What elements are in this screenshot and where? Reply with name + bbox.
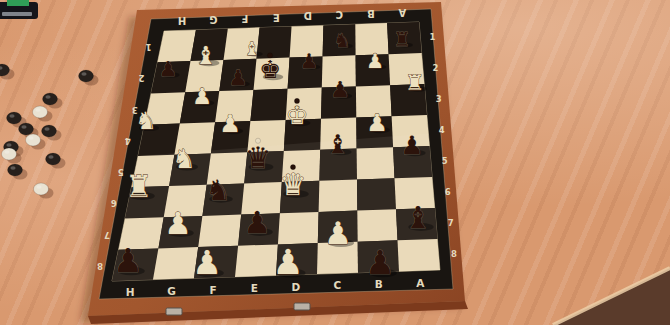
piece-black-bishop-c5[interactable]: ♝ (327, 129, 350, 159)
table-stone-black-highlight (81, 72, 86, 75)
piece-white-rook-h6[interactable]: ♜ (125, 169, 152, 204)
table-stone-black[interactable] (8, 164, 23, 176)
table-stone-black-highlight (45, 95, 50, 98)
piece-black-rook-a1[interactable]: ♜ (394, 28, 411, 50)
table-stone-black-highlight (9, 114, 14, 117)
piece-black-pawn-b8[interactable]: ♟ (365, 243, 395, 282)
piece-white-pawn-f8[interactable]: ♟ (192, 243, 222, 282)
piece-black-pawn-d2[interactable]: ♟ (300, 49, 318, 73)
piece-white-rook-a3[interactable]: ♜ (405, 70, 424, 95)
table-stone-black-highlight (10, 166, 15, 169)
piece-white-bishop-f1[interactable]: ♝ (244, 38, 261, 59)
rank-label-left-6: 6 (111, 198, 117, 208)
table-stone-white-highlight (4, 150, 9, 153)
piece-white-pawn-d8[interactable]: ♟ (273, 242, 304, 282)
rank-label-right-4: 4 (439, 125, 445, 135)
rank-label-left-4: 4 (125, 136, 131, 146)
piece-finial-dark-d4 (294, 98, 299, 103)
file-label-bottom-A: A (416, 277, 425, 289)
piece-white-king-d4[interactable]: ♚ (286, 101, 309, 130)
file-label-top-B: B (367, 8, 375, 19)
piece-white-pawn-c7[interactable]: ♟ (324, 215, 352, 251)
rank-label-left-1: 1 (146, 42, 152, 52)
table-stone-black[interactable] (19, 123, 34, 135)
rank-label-right-2: 2 (433, 63, 439, 73)
table-stone-black[interactable] (79, 70, 94, 82)
piece-white-knight-g5[interactable]: ♞ (172, 143, 196, 174)
piece-white-knight-h4[interactable]: ♞ (135, 107, 157, 135)
file-label-bottom-E: E (251, 282, 258, 294)
piece-black-pawn-h2[interactable]: ♟ (159, 57, 178, 81)
file-label-top-C: C (336, 9, 343, 20)
piece-white-bishop-g1[interactable]: ♝ (195, 41, 217, 70)
piece-black-pawn-e7[interactable]: ♟ (243, 205, 270, 240)
file-label-top-D: D (304, 10, 312, 21)
table-scene: HGFEDCBAHGFEDCBA1234567812345678♜♞♝♝♟♟♟♚… (0, 0, 670, 325)
square-e3[interactable] (250, 89, 287, 121)
file-label-top-A: A (398, 7, 406, 18)
rank-label-left-2: 2 (139, 73, 145, 83)
hinge (166, 308, 182, 315)
rank-label-right-3: 3 (436, 94, 442, 104)
piece-white-queen-d6[interactable]: ♛ (279, 167, 306, 202)
table-stone-white[interactable] (2, 148, 17, 160)
table-stone-white[interactable] (33, 106, 48, 118)
file-label-top-G: G (209, 14, 217, 25)
rank-label-right-7: 7 (448, 218, 454, 228)
table-stone-white-highlight (36, 185, 41, 188)
table-stone-white-highlight (35, 108, 40, 111)
piece-black-pawn-c3[interactable]: ♟ (330, 77, 350, 102)
table-stone-black-highlight (21, 125, 26, 128)
device-green-edge (7, 0, 29, 6)
rank-label-right-6: 6 (445, 187, 451, 197)
piece-black-queen-e5[interactable]: ♛ (245, 141, 272, 175)
file-label-top-H: H (178, 15, 186, 26)
piece-white-pawn-f4[interactable]: ♟ (219, 110, 241, 138)
file-label-top-E: E (273, 12, 280, 23)
piece-finial-light-e5 (255, 138, 260, 143)
piece-white-pawn-b4[interactable]: ♟ (366, 109, 388, 137)
rank-label-right-5: 5 (442, 156, 448, 166)
chessboard-photo: HGFEDCBAHGFEDCBA1234567812345678♜♞♝♝♟♟♟♚… (0, 0, 670, 325)
table-stone-white[interactable] (34, 183, 49, 195)
rank-label-left-7: 7 (104, 230, 110, 240)
rank-label-right-8: 8 (451, 249, 457, 259)
piece-finial-dark-d6 (290, 164, 295, 169)
piece-black-king-e2[interactable]: ♚ (259, 55, 281, 84)
table-stone-black-highlight (6, 143, 11, 146)
piece-black-bishop-a7[interactable]: ♝ (405, 200, 432, 235)
rank-label-left-8: 8 (97, 261, 103, 271)
file-label-bottom-C: C (334, 279, 342, 291)
rank-label-left-5: 5 (118, 167, 124, 177)
hinge (294, 303, 310, 310)
file-label-bottom-D: D (292, 281, 301, 293)
piece-white-pawn-g3[interactable]: ♟ (192, 83, 212, 109)
file-label-bottom-H: H (126, 286, 135, 298)
piece-black-pawn-h8[interactable]: ♟ (113, 241, 143, 280)
device-metal-detail (2, 12, 32, 16)
piece-black-pawn-f2[interactable]: ♟ (228, 65, 247, 90)
file-label-top-F: F (241, 13, 248, 24)
piece-black-knight-c1[interactable]: ♞ (334, 29, 351, 51)
file-label-bottom-G: G (167, 285, 176, 297)
piece-white-pawn-b2[interactable]: ♟ (366, 49, 384, 73)
table-stone-black[interactable] (7, 112, 22, 124)
table-stone-black-highlight (44, 127, 49, 130)
table-stone-white[interactable] (26, 134, 41, 146)
rank-label-right-1: 1 (430, 32, 436, 42)
table-stone-black[interactable] (46, 153, 61, 165)
piece-black-pawn-a5[interactable]: ♟ (401, 130, 424, 160)
table-stone-black-highlight (48, 155, 53, 158)
table-stone-white-highlight (28, 136, 33, 139)
piece-finial-dark-e2 (267, 53, 272, 58)
file-label-bottom-F: F (209, 284, 216, 296)
piece-black-knight-f6[interactable]: ♞ (205, 174, 230, 207)
table-stone-black[interactable] (42, 125, 57, 137)
piece-white-pawn-g7[interactable]: ♟ (164, 206, 191, 241)
table-stone-black[interactable] (43, 93, 58, 105)
